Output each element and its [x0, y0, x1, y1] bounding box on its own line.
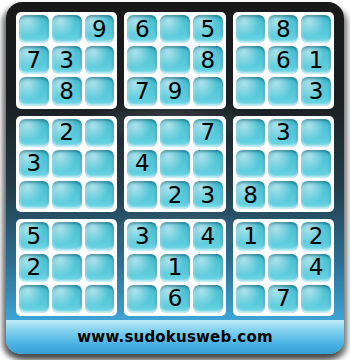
- cell-r3c1[interactable]: [19, 77, 49, 105]
- cell-r6c3[interactable]: [85, 181, 115, 209]
- cell-r6c6[interactable]: 3: [193, 181, 223, 209]
- cell-r5c1[interactable]: 3: [19, 150, 49, 178]
- cell-r4c6[interactable]: 7: [193, 119, 223, 147]
- cell-r4c8[interactable]: 3: [268, 119, 298, 147]
- cell-r4c9[interactable]: [301, 119, 331, 147]
- box-3-1: 52: [16, 219, 117, 316]
- cell-r8c9[interactable]: 4: [301, 254, 331, 282]
- sudoku-board: 9738658798613237423385234161247 www.sudo…: [6, 2, 344, 354]
- cell-r9c2[interactable]: [52, 285, 82, 313]
- cell-r1c4[interactable]: 6: [127, 15, 157, 43]
- cell-r5c5[interactable]: [160, 150, 190, 178]
- cell-r1c6[interactable]: 5: [193, 15, 223, 43]
- cell-r1c2[interactable]: [52, 15, 82, 43]
- cell-r6c9[interactable]: [301, 181, 331, 209]
- box-2-1: 23: [16, 116, 117, 213]
- cell-r2c8[interactable]: 6: [268, 46, 298, 74]
- cell-r7c8[interactable]: [268, 222, 298, 250]
- cell-r2c4[interactable]: [127, 46, 157, 74]
- cell-r8c3[interactable]: [85, 254, 115, 282]
- cell-r5c7[interactable]: [236, 150, 266, 178]
- cell-r4c7[interactable]: [236, 119, 266, 147]
- cell-r1c3[interactable]: 9: [85, 15, 115, 43]
- cell-r2c7[interactable]: [236, 46, 266, 74]
- cell-r5c3[interactable]: [85, 150, 115, 178]
- cell-r2c9[interactable]: 1: [301, 46, 331, 74]
- cell-r6c8[interactable]: [268, 181, 298, 209]
- cell-r2c6[interactable]: 8: [193, 46, 223, 74]
- cell-r5c6[interactable]: [193, 150, 223, 178]
- box-2-2: 7423: [124, 116, 225, 213]
- cell-r4c5[interactable]: [160, 119, 190, 147]
- box-1-1: 9738: [16, 12, 117, 109]
- footer-bar: www.sudokusweb.com: [6, 320, 344, 354]
- cell-r9c7[interactable]: [236, 285, 266, 313]
- cell-r8c2[interactable]: [52, 254, 82, 282]
- cell-r8c6[interactable]: [193, 254, 223, 282]
- cell-r3c8[interactable]: [268, 77, 298, 105]
- box-2-3: 38: [233, 116, 334, 213]
- cell-r8c1[interactable]: 2: [19, 254, 49, 282]
- cell-r1c8[interactable]: 8: [268, 15, 298, 43]
- cell-r8c5[interactable]: 1: [160, 254, 190, 282]
- cell-r7c2[interactable]: [52, 222, 82, 250]
- cell-r2c3[interactable]: [85, 46, 115, 74]
- box-1-2: 65879: [124, 12, 225, 109]
- cell-r4c1[interactable]: [19, 119, 49, 147]
- cell-r6c4[interactable]: [127, 181, 157, 209]
- cell-r1c7[interactable]: [236, 15, 266, 43]
- cell-r7c6[interactable]: 4: [193, 222, 223, 250]
- cell-r6c1[interactable]: [19, 181, 49, 209]
- cell-r9c6[interactable]: [193, 285, 223, 313]
- cell-r9c1[interactable]: [19, 285, 49, 313]
- cell-r7c3[interactable]: [85, 222, 115, 250]
- cell-r6c7[interactable]: 8: [236, 181, 266, 209]
- cell-r7c7[interactable]: 1: [236, 222, 266, 250]
- cell-r3c7[interactable]: [236, 77, 266, 105]
- cell-r9c9[interactable]: [301, 285, 331, 313]
- cell-r3c5[interactable]: 9: [160, 77, 190, 105]
- cell-r7c9[interactable]: 2: [301, 222, 331, 250]
- cell-r3c4[interactable]: 7: [127, 77, 157, 105]
- box-3-2: 3416: [124, 219, 225, 316]
- cell-r5c2[interactable]: [52, 150, 82, 178]
- cell-r1c5[interactable]: [160, 15, 190, 43]
- cell-r9c8[interactable]: 7: [268, 285, 298, 313]
- cell-r2c5[interactable]: [160, 46, 190, 74]
- cell-r3c3[interactable]: [85, 77, 115, 105]
- cell-r4c2[interactable]: 2: [52, 119, 82, 147]
- cell-r3c2[interactable]: 8: [52, 77, 82, 105]
- box-1-3: 8613: [233, 12, 334, 109]
- cell-r1c9[interactable]: [301, 15, 331, 43]
- cell-r2c1[interactable]: 7: [19, 46, 49, 74]
- cell-r8c4[interactable]: [127, 254, 157, 282]
- cell-r8c8[interactable]: [268, 254, 298, 282]
- cell-r3c9[interactable]: 3: [301, 77, 331, 105]
- sudoku-grid: 9738658798613237423385234161247: [16, 12, 334, 316]
- cell-r8c7[interactable]: [236, 254, 266, 282]
- cell-r7c4[interactable]: 3: [127, 222, 157, 250]
- cell-r7c5[interactable]: [160, 222, 190, 250]
- cell-r6c5[interactable]: 2: [160, 181, 190, 209]
- cell-r7c1[interactable]: 5: [19, 222, 49, 250]
- cell-r5c9[interactable]: [301, 150, 331, 178]
- cell-r5c8[interactable]: [268, 150, 298, 178]
- cell-r5c4[interactable]: 4: [127, 150, 157, 178]
- cell-r4c3[interactable]: [85, 119, 115, 147]
- box-3-3: 1247: [233, 219, 334, 316]
- cell-r9c3[interactable]: [85, 285, 115, 313]
- cell-r6c2[interactable]: [52, 181, 82, 209]
- cell-r2c2[interactable]: 3: [52, 46, 82, 74]
- cell-r1c1[interactable]: [19, 15, 49, 43]
- cell-r3c6[interactable]: [193, 77, 223, 105]
- cell-r9c4[interactable]: [127, 285, 157, 313]
- cell-r9c5[interactable]: 6: [160, 285, 190, 313]
- cell-r4c4[interactable]: [127, 119, 157, 147]
- website-label: www.sudokusweb.com: [77, 328, 272, 346]
